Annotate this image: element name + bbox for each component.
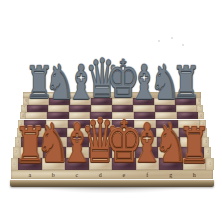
piece-copper-rook-h1[interactable]: ♜	[178, 120, 210, 170]
piece-silver-rook-h8[interactable]: ♜	[171, 61, 200, 106]
dust-speck-2	[171, 37, 173, 39]
board-front-edge	[10, 180, 214, 187]
photo-scene: 8877665544332211abcdefgh♜♞♝♛♚♝♞♜♜♞♝♛♚♝♞♜	[0, 0, 222, 222]
dust-speck-1	[158, 40, 160, 42]
dust-speck-3	[182, 44, 184, 46]
